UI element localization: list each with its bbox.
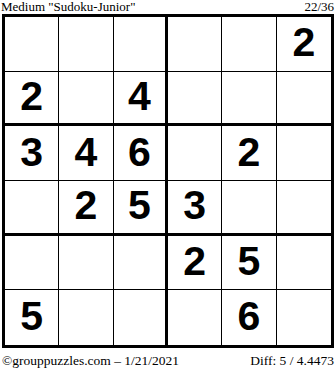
cell-r2c6[interactable]	[277, 72, 331, 127]
cell-r2c2[interactable]	[59, 72, 113, 127]
given-digit: 6	[238, 296, 261, 337]
cell-r5c6[interactable]	[277, 236, 331, 291]
cell-r4c1[interactable]	[5, 181, 59, 236]
cell-r2c5[interactable]	[222, 72, 276, 127]
cell-r2c3[interactable]: 4	[114, 72, 168, 127]
header: Medium "Sudoku-Junior" 22/36	[1, 0, 334, 13]
cell-r3c2[interactable]: 4	[59, 126, 113, 181]
cell-r1c1[interactable]	[5, 17, 59, 72]
cell-r6c4[interactable]	[168, 290, 222, 345]
cell-r3c5[interactable]: 2	[222, 126, 276, 181]
given-digit: 6	[128, 132, 151, 173]
given-digit: 2	[292, 22, 315, 63]
cell-r1c5[interactable]	[222, 17, 276, 72]
given-digit: 2	[20, 76, 43, 117]
cell-r3c1[interactable]: 3	[5, 126, 59, 181]
cell-r1c2[interactable]	[59, 17, 113, 72]
given-digit: 4	[128, 76, 151, 117]
cell-r3c4[interactable]	[168, 126, 222, 181]
cell-r5c1[interactable]	[5, 236, 59, 291]
cell-r5c5[interactable]: 5	[222, 236, 276, 291]
given-digit: 4	[75, 132, 98, 173]
cell-r4c6[interactable]	[277, 181, 331, 236]
sudoku-grid: 22434622532556	[2, 14, 334, 348]
given-digit: 5	[20, 296, 43, 337]
cell-r3c3[interactable]: 6	[114, 126, 168, 181]
cell-r1c6[interactable]: 2	[277, 17, 331, 72]
footer: ©grouppuzzles.com – 1/21/2021 Diff: 5 / …	[2, 352, 334, 368]
puzzle-page: Medium "Sudoku-Junior" 22/36 22434622532…	[0, 0, 336, 370]
cell-r4c3[interactable]: 5	[114, 181, 168, 236]
given-digit: 2	[183, 241, 206, 282]
difficulty-text: Diff: 5 / 4.4473	[250, 353, 334, 368]
cell-r4c5[interactable]	[222, 181, 276, 236]
cell-r2c1[interactable]: 2	[5, 72, 59, 127]
cell-r6c5[interactable]: 6	[222, 290, 276, 345]
cell-r6c2[interactable]	[59, 290, 113, 345]
given-digit: 3	[183, 185, 206, 226]
empty-cell-counter: 22/36	[304, 0, 334, 13]
cell-r5c3[interactable]	[114, 236, 168, 291]
cell-r5c4[interactable]: 2	[168, 236, 222, 291]
cell-r5c2[interactable]	[59, 236, 113, 291]
cell-r6c6[interactable]	[277, 290, 331, 345]
cell-r4c4[interactable]: 3	[168, 181, 222, 236]
cell-r3c6[interactable]	[277, 126, 331, 181]
given-digit: 2	[238, 132, 261, 173]
cell-r6c1[interactable]: 5	[5, 290, 59, 345]
copyright-text: ©grouppuzzles.com – 1/21/2021	[2, 353, 179, 368]
cell-r2c4[interactable]	[168, 72, 222, 127]
given-digit: 2	[75, 185, 98, 226]
puzzle-title: Medium "Sudoku-Junior"	[1, 0, 135, 13]
given-digit: 3	[20, 132, 43, 173]
cell-r1c4[interactable]	[168, 17, 222, 72]
cell-r6c3[interactable]	[114, 290, 168, 345]
cell-r1c3[interactable]	[114, 17, 168, 72]
given-digit: 5	[128, 185, 151, 226]
cell-r4c2[interactable]: 2	[59, 181, 113, 236]
given-digit: 5	[238, 241, 261, 282]
